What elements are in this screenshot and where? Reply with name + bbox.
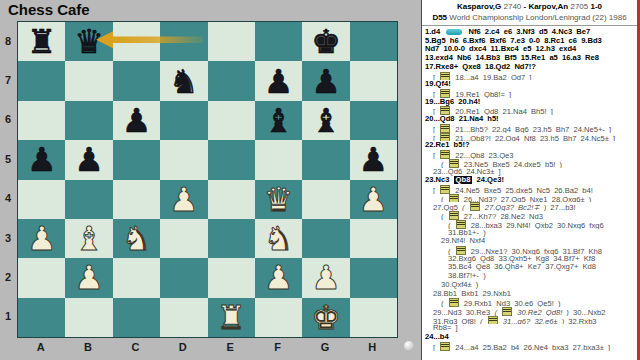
- white-knight-f3: ♞: [264, 219, 294, 258]
- move-text[interactable]: (: [448, 221, 455, 229]
- square-g8[interactable]: ♚: [302, 22, 349, 61]
- square-d8[interactable]: [160, 22, 207, 61]
- square-e4[interactable]: [208, 180, 255, 219]
- variation-link[interactable]: 27.Qg3?: [485, 203, 514, 211]
- square-a1[interactable]: [18, 298, 65, 337]
- black-pawn-h5: ♟: [359, 140, 389, 179]
- variation-link[interactable]: 28...bxa3: [471, 221, 502, 229]
- move-text[interactable]: Nd7 10.0-0 dxc4 11.Bxc4 e5 12.h3 exd4: [425, 45, 576, 53]
- move-text[interactable]: 23.Qe3: [485, 151, 514, 159]
- variation-link[interactable]: 30.Re2: [517, 308, 542, 316]
- notation-line: 13.exd4 Nb6 14.Bb3 Bf5 15.Re1 a5 16.a3 R…: [422, 54, 637, 63]
- rank-label-2: 2: [0, 257, 16, 296]
- square-d4[interactable]: ♟: [160, 180, 207, 219]
- variation-icon: [440, 185, 450, 194]
- square-c8[interactable]: [113, 22, 160, 61]
- black-bishop-f6: ♝: [264, 101, 294, 140]
- notation-line: [ 19.Re1 Qb8!= ]: [422, 89, 637, 98]
- move-text[interactable]: 31.Rg3 Qf8!: [433, 317, 480, 325]
- variation-icon: [456, 220, 466, 229]
- notation-line: 24...b4: [422, 333, 637, 342]
- square-f2[interactable]: ♟: [255, 258, 302, 297]
- file-label-b: B: [64, 338, 111, 356]
- move-text[interactable]: 27.Qg5 Nxe1 28.Qxg6± ): [497, 195, 591, 203]
- white-pawn-a3: ♟: [27, 219, 57, 258]
- notation-line: 5.Bg5 h6 6.Bxf6 Bxf6 7.e3 0-0 8.Rc1 c6 9…: [422, 37, 637, 46]
- black-pawn-f7: ♟: [264, 62, 294, 101]
- file-label-f: F: [254, 338, 301, 356]
- notation-line: 32.Bxg6 Qd8 33.Qxh5+ Kg8 34.Bf7+ Kf8: [422, 255, 637, 264]
- medal-icon: [446, 29, 462, 35]
- square-g5[interactable]: [302, 140, 349, 179]
- variation-icon: [440, 150, 450, 159]
- square-d2[interactable]: [160, 258, 207, 297]
- move-text[interactable]: (: [494, 308, 501, 316]
- square-h6[interactable]: [350, 101, 397, 140]
- move-text[interactable]: 27.Qg5: [433, 203, 462, 211]
- variation-icon: [440, 106, 450, 115]
- variation-icon: [488, 316, 498, 325]
- move-text: 2740: [503, 2, 521, 11]
- notation-line: 38.Bf7!+- ): [422, 272, 637, 281]
- square-a3[interactable]: ♟: [18, 219, 65, 258]
- move-text[interactable]: 29.Nf4! Qxb2 30.Nxg6 fxg6: [502, 221, 604, 229]
- moves-list: 1.d4 Nf6 2.c4 e6 3.Nf3 d5 4.Nc3 Be75.Bg5…: [422, 26, 637, 351]
- square-c7[interactable]: [113, 61, 160, 100]
- square-f6[interactable]: ♝: [255, 101, 302, 140]
- notation-line: 22.Re1 b5!?: [422, 141, 637, 150]
- square-h7[interactable]: [350, 61, 397, 100]
- move-text[interactable]: (: [462, 203, 469, 211]
- white-rook-e1: ♜: [216, 298, 246, 337]
- move-text[interactable]: 29...Nd3 30.Re3: [433, 308, 494, 316]
- variation-link[interactable]: 24...a4: [455, 343, 478, 351]
- move-text[interactable]: (: [441, 299, 448, 307]
- square-h5[interactable]: ♟: [350, 140, 397, 179]
- corner-ball-icon: [404, 341, 414, 351]
- notation-line: 20...Qd8 21.Na4 h5!: [422, 115, 637, 124]
- rank-label-1: 1: [0, 297, 16, 336]
- notation-line: 30.Qxf4± ): [422, 281, 637, 290]
- square-g2[interactable]: ♟: [302, 258, 349, 297]
- move-text[interactable]: 35.Bc4 Qe8 36.Qh8+ Ke7 37.Qxg7+ Kd8: [448, 263, 596, 271]
- notation-line: [ 21...Qb8?! 22.Qg4 Nf8 23.h5 Bh7 24.Nc5…: [422, 133, 637, 142]
- variation-icon: [456, 246, 466, 255]
- variation-link[interactable]: 27...Kh7?: [464, 212, 497, 220]
- move-text[interactable]: [: [433, 186, 439, 194]
- square-a6[interactable]: [18, 101, 65, 140]
- black-bishop-g6: ♝: [311, 101, 341, 140]
- move-text[interactable]: 28.Bb1 Bxb1 29.Nxb1: [433, 290, 511, 298]
- move-text[interactable]: Bxe5 24.dxe5 b5! ): [488, 160, 562, 168]
- square-g7[interactable]: ♟: [302, 61, 349, 100]
- square-e6[interactable]: [208, 101, 255, 140]
- variation-icon: [449, 211, 459, 220]
- game-header: Kasparov,G 2740 - Karpov,An 2705 1-0D55 …: [422, 0, 637, 23]
- square-f7[interactable]: ♟: [255, 61, 302, 100]
- move-text[interactable]: 5.Bg5 h6 6.Bxf6 Bxf6 7.e3 0-0 8.Rc1 c6 9…: [425, 37, 602, 45]
- move-text[interactable]: 30.Qxf4± ): [441, 281, 478, 289]
- square-e5[interactable]: [208, 140, 255, 179]
- variation-icon: [470, 202, 480, 211]
- notation-line: Nd7 10.0-0 dxc4 11.Bxc4 e5 12.h3 exd4: [422, 45, 637, 54]
- move-text[interactable]: 27...b3!: [546, 203, 575, 211]
- notation-line: 31.Bb1+- ): [422, 229, 637, 238]
- notation-line: 35.Bc4 Qe8 36.Qh8+ Ke7 37.Qxg7+ Kd8: [422, 263, 637, 272]
- notation-line: [ 24...a4 25.Ba2 b4 26.Ne4 bxa3 27.bxa3±…: [422, 342, 637, 351]
- variation-icon: [502, 307, 512, 316]
- move-text[interactable]: 31.Bb1+- ): [448, 229, 486, 237]
- move-text: 1-0: [591, 2, 603, 11]
- move-text[interactable]: 24.Qe3!: [472, 176, 504, 184]
- variation-link[interactable]: 18...a4: [455, 73, 478, 81]
- square-a2[interactable]: [18, 258, 65, 297]
- notation-line: ( 29.Rxb1 Nd3 30.e6 Qe5! ): [422, 298, 637, 307]
- square-e7[interactable]: [208, 61, 255, 100]
- move-text: Karpov,An: [528, 2, 570, 11]
- square-d5[interactable]: [160, 140, 207, 179]
- app-title: Chess Cafe: [8, 1, 90, 18]
- notation-line: ( 23.Ne5 Bxe5 24.dxe5 b5! ): [422, 159, 637, 168]
- black-queen-b8: ♛: [74, 22, 104, 61]
- move-text[interactable]: [: [433, 73, 439, 81]
- move-text[interactable]: 20...Qd8 21.Na4 h5!: [425, 115, 499, 123]
- notation-panel: Kasparov,G 2740 - Karpov,An 2705 1-0D55 …: [422, 0, 637, 360]
- square-d3[interactable]: [160, 219, 207, 258]
- square-b7[interactable]: [65, 61, 112, 100]
- square-g4[interactable]: [302, 180, 349, 219]
- file-label-h: H: [349, 338, 396, 356]
- variation-icon: [449, 159, 459, 168]
- move-text: Kasparov,G: [457, 2, 504, 11]
- black-pawn-a5: ♟: [27, 140, 57, 179]
- square-c2[interactable]: [113, 258, 160, 297]
- square-f5[interactable]: [255, 140, 302, 179]
- square-e2[interactable]: [208, 258, 255, 297]
- move-text[interactable]: [: [433, 343, 439, 351]
- white-knight-c3: ♞: [122, 219, 152, 258]
- move-text[interactable]: 23.Nc3: [425, 176, 454, 184]
- variation-icon: [449, 194, 459, 203]
- move-text[interactable]: 19.Qf4!: [425, 80, 451, 88]
- variation-link[interactable]: 20.Re1: [455, 107, 480, 115]
- variation-link[interactable]: 29...Nxe1?: [471, 247, 508, 255]
- move-text: World Championship London/Leningrad (22)…: [449, 13, 626, 22]
- move-text[interactable]: 25.Ba2 b4 26.Ne4 bxa3 27.bxa3± ]: [479, 343, 610, 351]
- rank-label-5: 5: [0, 139, 16, 178]
- square-d1[interactable]: [160, 298, 207, 337]
- variation-link[interactable]: 29.Rxb1: [464, 299, 492, 307]
- square-h1[interactable]: [350, 298, 397, 337]
- move-text[interactable]: 28.Ne2 Nd3: [496, 212, 543, 220]
- square-f3[interactable]: ♞: [255, 219, 302, 258]
- move-text[interactable]: Qd8 21.Na4 Bh5! ]: [480, 107, 553, 115]
- variation-link[interactable]: 23.Ne5: [464, 160, 489, 168]
- notation-line: [ 18...a4 19.Ba2 Qd7 ]: [422, 72, 637, 81]
- notation-line: [ 20.Re1 Qd8 21.Na4 Bh5! ]: [422, 106, 637, 115]
- move-text[interactable]: 19...Bg6 20.h4!: [425, 98, 480, 106]
- variation-icon: [440, 342, 450, 351]
- file-label-e: E: [207, 338, 254, 356]
- white-king-g1: ♚: [311, 298, 341, 337]
- variation-link[interactable]: 31...g6?: [503, 317, 530, 325]
- square-a8[interactable]: ♜: [18, 22, 65, 61]
- notation-line: 29.Nf4! Nxf4: [422, 237, 637, 246]
- notation-line: ( 26...Nd3? 27.Qg5 Nxe1 28.Qxg6± ): [422, 194, 637, 203]
- chess-cafe-window: Chess Cafe 87654321 ♜♛♚♞♟♟♟♝♝♟♟♟♟♛♟♟♝♞♞♟…: [0, 0, 640, 360]
- rank-label-4: 4: [0, 179, 16, 218]
- variation-icon: [440, 124, 450, 133]
- variation-icon: [440, 133, 450, 142]
- square-f4[interactable]: ♛: [255, 180, 302, 219]
- black-rook-a8: ♜: [27, 22, 57, 61]
- move-text[interactable]: 17.Rxe8+ Qxe8 18.Qd2 Nd7!?: [425, 63, 536, 71]
- move-text[interactable]: 30...Nxb2: [569, 308, 606, 316]
- square-g3[interactable]: [302, 219, 349, 258]
- notation-line: ( 27...Kh7? 28.Ne2 Nd3: [422, 211, 637, 220]
- notation-line: Rb8= ]: [422, 324, 637, 333]
- file-label-a: A: [17, 338, 64, 356]
- variation-link[interactable]: 24.Ne5: [455, 186, 480, 194]
- move-text[interactable]: [: [433, 107, 439, 115]
- variation-icon: [449, 298, 459, 307]
- variation-link[interactable]: 26...Nd3?: [464, 195, 497, 203]
- square-b8[interactable]: ♛: [65, 22, 112, 61]
- rank-label-6: 6: [0, 100, 16, 139]
- notation-line: 28.Bb1 Bxb1 29.Nxb1: [422, 290, 637, 299]
- square-f8[interactable]: [255, 22, 302, 61]
- square-e1[interactable]: ♜: [208, 298, 255, 337]
- square-e3[interactable]: [208, 219, 255, 258]
- board: ♜♛♚♞♟♟♟♝♝♟♟♟♟♛♟♟♝♞♞♟♟♟♜♚: [17, 21, 398, 338]
- notation-line: 23.Nc3 Qb8 24.Qe3!: [422, 176, 637, 185]
- square-f1[interactable]: [255, 298, 302, 337]
- square-c6[interactable]: ♟: [113, 101, 160, 140]
- square-b2[interactable]: ♟: [65, 258, 112, 297]
- move-text[interactable]: 32.Rxb3: [564, 317, 596, 325]
- move-text[interactable]: 30.Nxg6 fxg6 31.Bf7 Kh8: [508, 247, 603, 255]
- move-text[interactable]: Qd8! ): [542, 308, 569, 316]
- move-text[interactable]: [: [433, 151, 439, 159]
- move-text[interactable]: 32.e6± ): [530, 317, 564, 325]
- notation-line: [ 22...Qb8 23.Qe3: [422, 150, 637, 159]
- move-text[interactable]: 13.exd4 Nb6 14.Bb3 Bf5 15.Re1 a5 16.a3 R…: [425, 54, 599, 62]
- notation-line: ( 29...Nxe1? 30.Nxg6 fxg6 31.Bf7 Kh8: [422, 246, 637, 255]
- variation-link[interactable]: 21...Bh5?: [455, 125, 488, 133]
- rank-label-8: 8: [0, 21, 16, 60]
- white-pawn-d4: ♟: [169, 180, 199, 219]
- move-text[interactable]: 22.g4 Bg6 23.h5 Bh7 24.Ne5+- ]: [488, 125, 611, 133]
- square-b1[interactable]: [65, 298, 112, 337]
- move-text[interactable]: (: [448, 247, 455, 255]
- notation-line: 31.Rg3 Qf8! ( 31...g6? 32.e6± ) 32.Rxb3: [422, 316, 637, 325]
- white-queen-f4: ♛: [264, 180, 294, 219]
- move-text[interactable]: (: [441, 195, 448, 203]
- move-text[interactable]: Qb8!= ]: [480, 90, 511, 98]
- notation-line: 19.Qf4!: [422, 80, 637, 89]
- rank-label-7: 7: [0, 60, 16, 99]
- move-text[interactable]: (: [480, 317, 487, 325]
- square-b5[interactable]: ♟: [65, 140, 112, 179]
- move-text[interactable]: 19.Ba2 Qd7 ]: [479, 73, 532, 81]
- players-result-line: Kasparov,G 2740 - Karpov,An 2705 1-0: [422, 2, 637, 13]
- file-label-d: D: [159, 338, 206, 356]
- square-d7[interactable]: ♞: [160, 61, 207, 100]
- file-label-g: G: [301, 338, 348, 356]
- file-label-c: C: [112, 338, 159, 356]
- notation-line: 29...Nd3 30.Re3 ( 30.Re2 Qd8! ) 30...Nxb…: [422, 307, 637, 316]
- move-text: D55: [432, 13, 449, 22]
- black-pawn-b5: ♟: [74, 140, 104, 179]
- white-bishop-b3: ♝: [74, 219, 104, 258]
- square-d6[interactable]: [160, 101, 207, 140]
- move-text[interactable]: 29.Nf4! Nxf4: [441, 237, 485, 245]
- eco-event-line: D55 World Championship London/Leningrad …: [422, 13, 637, 24]
- move-text[interactable]: 24...b4: [425, 333, 449, 341]
- variation-link[interactable]: 19.Re1: [455, 90, 480, 98]
- move-text[interactable]: 32.Bxg6 Qd8 33.Qxh5+ Kg8 34.Bf7+ Kf8: [448, 255, 595, 263]
- variation-link[interactable]: 22...Qb8: [455, 151, 484, 159]
- black-pawn-g7: ♟: [311, 62, 341, 101]
- file-labels: ABCDEFGH: [17, 338, 396, 356]
- square-g6[interactable]: ♝: [302, 101, 349, 140]
- square-c1[interactable]: [113, 298, 160, 337]
- square-g1[interactable]: ♚: [302, 298, 349, 337]
- square-c5[interactable]: [113, 140, 160, 179]
- move-text: 2705: [570, 2, 588, 11]
- square-a4[interactable]: [18, 180, 65, 219]
- square-e8[interactable]: [208, 22, 255, 61]
- move-text[interactable]: (: [441, 160, 448, 168]
- move-text[interactable]: 22.Qg4 Nf8 23.h5 Bh7 24.Nc5± ]: [491, 134, 615, 142]
- move-text[interactable]: Bxe5 25.dxe5 Nc5 26.Ba2 b4!: [480, 186, 593, 194]
- white-pawn-g2: ♟: [311, 258, 341, 297]
- square-h8[interactable]: [350, 22, 397, 61]
- notation-line: [ 21...Bh5? 22.g4 Bg6 23.h5 Bh7 24.Ne5+-…: [422, 124, 637, 133]
- white-pawn-f2: ♟: [264, 258, 294, 297]
- variation-link[interactable]: 21...Qb8?!: [455, 134, 490, 142]
- current-move[interactable]: Qb8: [454, 176, 473, 184]
- square-b3[interactable]: ♝: [65, 219, 112, 258]
- square-h2[interactable]: [350, 258, 397, 297]
- square-b6[interactable]: [65, 101, 112, 140]
- move-text[interactable]: (: [441, 212, 448, 220]
- rank-label-3: 3: [0, 218, 16, 257]
- black-pawn-c6: ♟: [122, 101, 152, 140]
- square-b4[interactable]: [65, 180, 112, 219]
- square-a5[interactable]: ♟: [18, 140, 65, 179]
- move-text[interactable]: 1.d4: [425, 28, 444, 36]
- black-knight-d7: ♞: [169, 62, 199, 101]
- square-c4[interactable]: [113, 180, 160, 219]
- move-text[interactable]: Nf6 2.c4 e6 3.Nf3 d5 4.Nc3 Be7: [464, 28, 590, 36]
- square-h3[interactable]: [350, 219, 397, 258]
- variation-icon: [440, 89, 450, 98]
- black-king-g8: ♚: [311, 22, 341, 61]
- move-text[interactable]: [: [433, 90, 439, 98]
- rank-labels: 87654321: [0, 21, 16, 336]
- move-text[interactable]: Nd3 30.e6 Qe5! ): [492, 299, 560, 307]
- notation-line: 19...Bg6 20.h4!: [422, 98, 637, 107]
- variation-icon: [440, 72, 450, 81]
- notation-line: [ 24.Ne5 Bxe5 25.dxe5 Nc5 26.Ba2 b4!: [422, 185, 637, 194]
- notation-line: 17.Rxe8+ Qxe8 18.Qd2 Nd7!?: [422, 63, 637, 72]
- move-text[interactable]: 22.Re1 b5!?: [425, 141, 470, 149]
- notation-line: ( 28...bxa3 29.Nf4! Qxb2 30.Nxg6 fxg6: [422, 220, 637, 229]
- white-pawn-h4: ♟: [359, 180, 389, 219]
- notation-line: 23...Qd6 24.Nc3± ]: [422, 168, 637, 177]
- square-h4[interactable]: ♟: [350, 180, 397, 219]
- move-text[interactable]: Rb8= ]: [433, 324, 458, 332]
- notation-line: 27.Qg5 ( 27.Qg3? Bc2!∓ ) 27...b3!: [422, 202, 637, 211]
- move-text[interactable]: [: [433, 125, 439, 133]
- white-pawn-b2: ♟: [74, 258, 104, 297]
- notation-line: 1.d4 Nf6 2.c4 e6 3.Nf3 d5 4.Nc3 Be7: [422, 28, 637, 37]
- move-text[interactable]: Bc2!∓ ): [514, 203, 546, 211]
- move-text[interactable]: 38.Bf7!+- ): [448, 272, 486, 280]
- move-text[interactable]: 23...Qd6 24.Nc3± ]: [433, 168, 501, 176]
- square-a7[interactable]: [18, 61, 65, 100]
- square-c3[interactable]: ♞: [113, 219, 160, 258]
- move-text[interactable]: [: [433, 134, 439, 142]
